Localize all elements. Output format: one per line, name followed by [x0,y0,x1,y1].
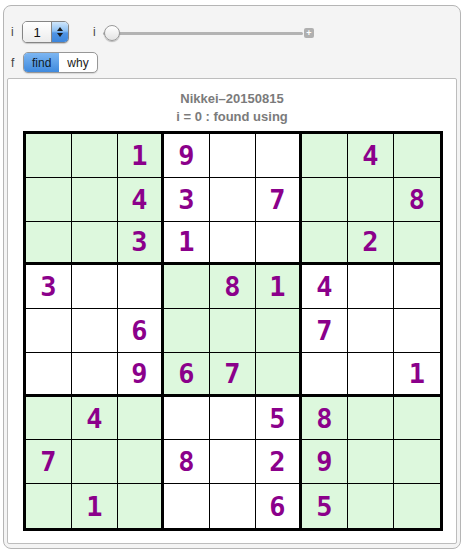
sudoku-board: 194437831238146796714587829165 [23,131,443,531]
sudoku-cell [302,353,348,397]
sudoku-cell: 3 [118,222,164,266]
manipulate-frame: i 1 i + f find why Nikkei–20150815 i = 0… [3,5,461,549]
sudoku-cell [348,484,394,528]
sudoku-cell [118,397,164,441]
sudoku-cell [394,309,440,353]
i-slider-thumb[interactable] [104,25,120,41]
sudoku-cell: 9 [164,134,210,178]
sudoku-cell: 6 [256,484,302,528]
sudoku-cell: 1 [256,265,302,309]
sudoku-cell: 8 [210,265,256,309]
sudoku-cell: 4 [302,265,348,309]
sudoku-cell: 7 [210,353,256,397]
sudoku-cell: 7 [26,440,72,484]
i-slider-track[interactable] [103,32,303,35]
sudoku-cell: 1 [118,134,164,178]
sudoku-cell [348,353,394,397]
sudoku-cell [26,222,72,266]
stepper-up-icon[interactable] [57,27,63,31]
sudoku-cell: 1 [72,484,118,528]
sudoku-cell: 5 [256,397,302,441]
output-panel: Nikkei–20150815 i = 0 : found using 1944… [7,78,457,544]
sudoku-cell: 5 [302,484,348,528]
sudoku-cell: 2 [256,440,302,484]
sudoku-cell [26,397,72,441]
sudoku-cell: 8 [164,440,210,484]
sudoku-cell: 9 [302,440,348,484]
sudoku-cell: 6 [118,309,164,353]
sudoku-cell [302,222,348,266]
sudoku-cell: 3 [164,178,210,222]
why-button[interactable]: why [59,53,96,72]
sudoku-cell [26,484,72,528]
sudoku-cell [256,134,302,178]
sudoku-cell [348,265,394,309]
sudoku-cell [302,134,348,178]
sudoku-cell [256,222,302,266]
sudoku-cell: 1 [394,353,440,397]
i-stepper-value[interactable]: 1 [23,22,51,42]
sudoku-cell [72,440,118,484]
sudoku-cell [164,397,210,441]
puzzle-title: Nikkei–20150815 [8,91,456,106]
sudoku-cell [394,397,440,441]
sudoku-cell [72,222,118,266]
sudoku-cell [302,178,348,222]
sudoku-cell: 3 [26,265,72,309]
sudoku-cell: 9 [118,353,164,397]
sudoku-cell [210,309,256,353]
sudoku-cell [348,440,394,484]
sudoku-cell [164,265,210,309]
sudoku-cell: 6 [164,353,210,397]
sudoku-cell [26,178,72,222]
sudoku-cell [118,265,164,309]
manipulate-widget: i 1 i + f find why Nikkei–20150815 i = 0… [0,0,465,553]
f-toggle-label: f [11,57,14,69]
sudoku-cell [394,440,440,484]
sudoku-cell [210,397,256,441]
sudoku-cell: 1 [164,222,210,266]
i-stepper-label: i [11,26,14,38]
sudoku-cell [26,353,72,397]
find-button[interactable]: find [24,53,59,72]
sudoku-cell [210,178,256,222]
i-slider-label: i [93,26,96,38]
sudoku-cell: 4 [348,134,394,178]
status-line: i = 0 : found using [8,109,456,124]
sudoku-cell [26,309,72,353]
sudoku-cell [256,309,302,353]
sudoku-cell [394,265,440,309]
sudoku-cell [72,134,118,178]
sudoku-cell: 4 [118,178,164,222]
sudoku-cell [210,134,256,178]
sudoku-cell: 2 [348,222,394,266]
sudoku-cell: 4 [72,397,118,441]
sudoku-cell [72,178,118,222]
sudoku-cell [164,484,210,528]
sudoku-cell [118,440,164,484]
sudoku-cell [256,353,302,397]
sudoku-cell: 8 [394,178,440,222]
sudoku-cell [72,309,118,353]
sudoku-cell [394,134,440,178]
sudoku-cell [394,484,440,528]
sudoku-cell [72,353,118,397]
sudoku-cell [348,178,394,222]
sudoku-cell [210,222,256,266]
f-toggle-group[interactable]: find why [23,52,98,73]
sudoku-cell [210,484,256,528]
stepper-down-icon[interactable] [57,33,63,37]
sudoku-cell [348,397,394,441]
sudoku-cell [26,134,72,178]
sudoku-cell [348,309,394,353]
sudoku-cell [118,484,164,528]
sudoku-cell: 8 [302,397,348,441]
sudoku-cell: 7 [256,178,302,222]
i-stepper-arrows[interactable] [51,22,68,42]
sudoku-cell: 7 [302,309,348,353]
sudoku-cell [210,440,256,484]
sudoku-cell [72,265,118,309]
i-stepper[interactable]: 1 [22,21,69,43]
sudoku-cell [164,309,210,353]
slider-expand-button[interactable]: + [304,28,314,38]
sudoku-cell [394,222,440,266]
